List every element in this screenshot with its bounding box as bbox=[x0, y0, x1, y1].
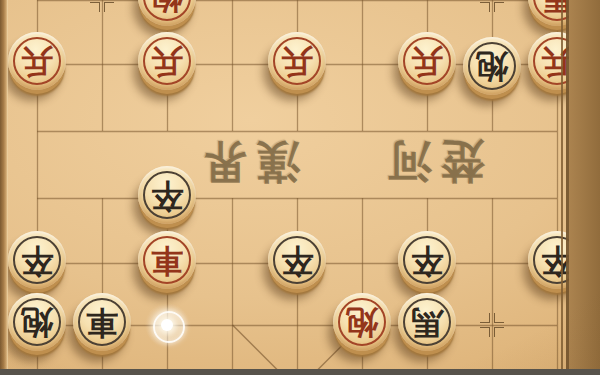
piece-character: 兵 bbox=[8, 32, 66, 90]
piece-black-卒[interactable]: 卒 bbox=[268, 231, 326, 289]
piece-character: 炮 bbox=[333, 293, 391, 351]
vacated-point-marker bbox=[90, 0, 114, 12]
marker-corner-bracket bbox=[480, 2, 490, 12]
table-background-right bbox=[569, 0, 600, 375]
piece-red-兵[interactable]: 兵 bbox=[268, 32, 326, 90]
piece-character: 炮 bbox=[463, 37, 521, 95]
marker-corner-bracket bbox=[494, 2, 504, 12]
piece-black-炮[interactable]: 炮 bbox=[463, 37, 521, 95]
piece-black-卒[interactable]: 卒 bbox=[138, 166, 196, 224]
piece-red-兵[interactable]: 兵 bbox=[8, 32, 66, 90]
marker-corner-bracket bbox=[494, 327, 504, 337]
piece-character: 兵 bbox=[268, 32, 326, 90]
piece-red-炮[interactable]: 炮 bbox=[333, 293, 391, 351]
marker-corner-bracket bbox=[480, 327, 490, 337]
vacated-point-marker bbox=[480, 0, 504, 12]
piece-black-炮[interactable]: 炮 bbox=[8, 293, 66, 351]
river-text-left: 漢界 bbox=[194, 132, 300, 191]
letterbox-bar bbox=[0, 369, 600, 375]
piece-character: 卒 bbox=[398, 231, 456, 289]
marker-corner-bracket bbox=[90, 2, 100, 12]
marker-corner-bracket bbox=[104, 2, 114, 12]
piece-red-車[interactable]: 車 bbox=[138, 231, 196, 289]
piece-character: 炮 bbox=[8, 293, 66, 351]
piece-character: 馬 bbox=[398, 293, 456, 351]
board-right-frame-inner bbox=[561, 0, 563, 375]
piece-red-兵[interactable]: 兵 bbox=[138, 32, 196, 90]
piece-black-馬[interactable]: 馬 bbox=[398, 293, 456, 351]
piece-black-卒[interactable]: 卒 bbox=[8, 231, 66, 289]
piece-character: 兵 bbox=[398, 32, 456, 90]
piece-character: 卒 bbox=[268, 231, 326, 289]
vacated-point-marker bbox=[480, 313, 504, 337]
marker-corner-bracket bbox=[494, 313, 504, 323]
piece-black-卒[interactable]: 卒 bbox=[398, 231, 456, 289]
grid-line bbox=[233, 325, 283, 375]
piece-character: 炮 bbox=[138, 0, 196, 26]
piece-character: 車 bbox=[138, 231, 196, 289]
piece-character: 車 bbox=[73, 293, 131, 351]
piece-red-兵[interactable]: 兵 bbox=[398, 32, 456, 90]
piece-red-炮[interactable]: 炮 bbox=[138, 0, 196, 26]
board-left-edge bbox=[0, 0, 8, 375]
xiangqi-board-view: 漢界 楚河 炮馬兵兵兵兵炮兵卒卒車卒卒卒炮車炮馬 bbox=[0, 0, 600, 375]
river-text-right: 楚河 bbox=[379, 132, 485, 191]
piece-black-車[interactable]: 車 bbox=[73, 293, 131, 351]
marker-corner-bracket bbox=[480, 313, 490, 323]
piece-character: 卒 bbox=[8, 231, 66, 289]
piece-character: 卒 bbox=[138, 166, 196, 224]
move-highlight-dot bbox=[145, 303, 189, 347]
glow-core bbox=[161, 319, 173, 331]
piece-character: 兵 bbox=[138, 32, 196, 90]
